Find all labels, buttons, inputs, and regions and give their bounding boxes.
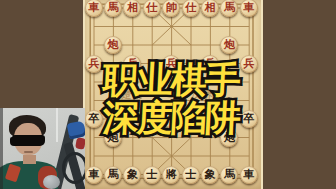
piece-black-象-r9c2[interactable]: 象 — [123, 166, 142, 185]
piece-red-炮-r2c1[interactable]: 炮 — [103, 36, 122, 55]
piece-glyph: 將 — [162, 166, 180, 184]
piece-glyph: 馬 — [104, 0, 122, 17]
cable — [56, 108, 58, 142]
piece-red-車-r0c8[interactable]: 車 — [239, 0, 258, 18]
piece-red-馬-r0c7[interactable]: 馬 — [220, 0, 239, 18]
piece-black-象-r9c6[interactable]: 象 — [200, 166, 219, 185]
piece-glyph: 車 — [85, 0, 103, 17]
caption-line-2: 深度陷阱 — [79, 100, 263, 136]
streamer-neck — [23, 155, 36, 164]
piece-red-相-r0c2[interactable]: 相 — [123, 0, 142, 18]
piece-glyph: 車 — [240, 0, 258, 17]
piece-black-車-r9c8[interactable]: 車 — [239, 166, 258, 185]
piece-glyph: 帥 — [162, 0, 180, 17]
piece-red-炮-r2c7[interactable]: 炮 — [220, 36, 239, 55]
red-object — [75, 137, 85, 149]
piece-glyph: 炮 — [104, 36, 122, 54]
piece-red-車-r0c0[interactable]: 車 — [84, 0, 103, 18]
piece-glyph: 馬 — [104, 166, 122, 184]
piece-glyph: 相 — [123, 0, 141, 17]
piece-glyph: 象 — [123, 166, 141, 184]
piece-red-馬-r0c1[interactable]: 馬 — [103, 0, 122, 18]
piece-glyph: 士 — [143, 166, 161, 184]
piece-black-士-r9c5[interactable]: 士 — [181, 166, 200, 185]
piece-glyph: 馬 — [220, 166, 238, 184]
video-thumbnail: 楚河 汉界 車馬相仕帥仕相馬車炮炮兵兵兵兵兵卒卒卒卒卒炮炮車馬象士將士象馬車 职… — [0, 0, 336, 189]
piece-red-帥-r0c4[interactable]: 帥 — [162, 0, 181, 18]
piece-red-相-r0c6[interactable]: 相 — [200, 0, 219, 18]
piece-glyph: 仕 — [143, 0, 161, 17]
webcam-panel — [0, 108, 85, 189]
piece-glyph: 仕 — [182, 0, 200, 17]
piece-black-將-r9c4[interactable]: 將 — [162, 166, 181, 185]
piece-glyph: 馬 — [220, 0, 238, 17]
piece-glyph: 車 — [85, 166, 103, 184]
mic-shockmount — [62, 152, 85, 184]
sunglasses — [12, 135, 45, 146]
caption-line-1: 职业棋手 — [79, 62, 263, 98]
piece-glyph: 士 — [182, 166, 200, 184]
piece-glyph: 炮 — [220, 36, 238, 54]
piece-glyph: 車 — [240, 166, 258, 184]
microphone — [43, 175, 60, 189]
piece-red-仕-r0c3[interactable]: 仕 — [142, 0, 161, 18]
webcam-edge-shade — [0, 108, 3, 189]
piece-black-馬-r9c7[interactable]: 馬 — [220, 166, 239, 185]
piece-black-士-r9c3[interactable]: 士 — [142, 166, 161, 185]
piece-glyph: 相 — [201, 0, 219, 17]
piece-black-車-r9c0[interactable]: 車 — [84, 166, 103, 185]
piece-black-馬-r9c1[interactable]: 馬 — [103, 166, 122, 185]
piece-glyph: 象 — [201, 166, 219, 184]
streamer-mouth — [24, 151, 33, 153]
piece-red-仕-r0c5[interactable]: 仕 — [181, 0, 200, 18]
